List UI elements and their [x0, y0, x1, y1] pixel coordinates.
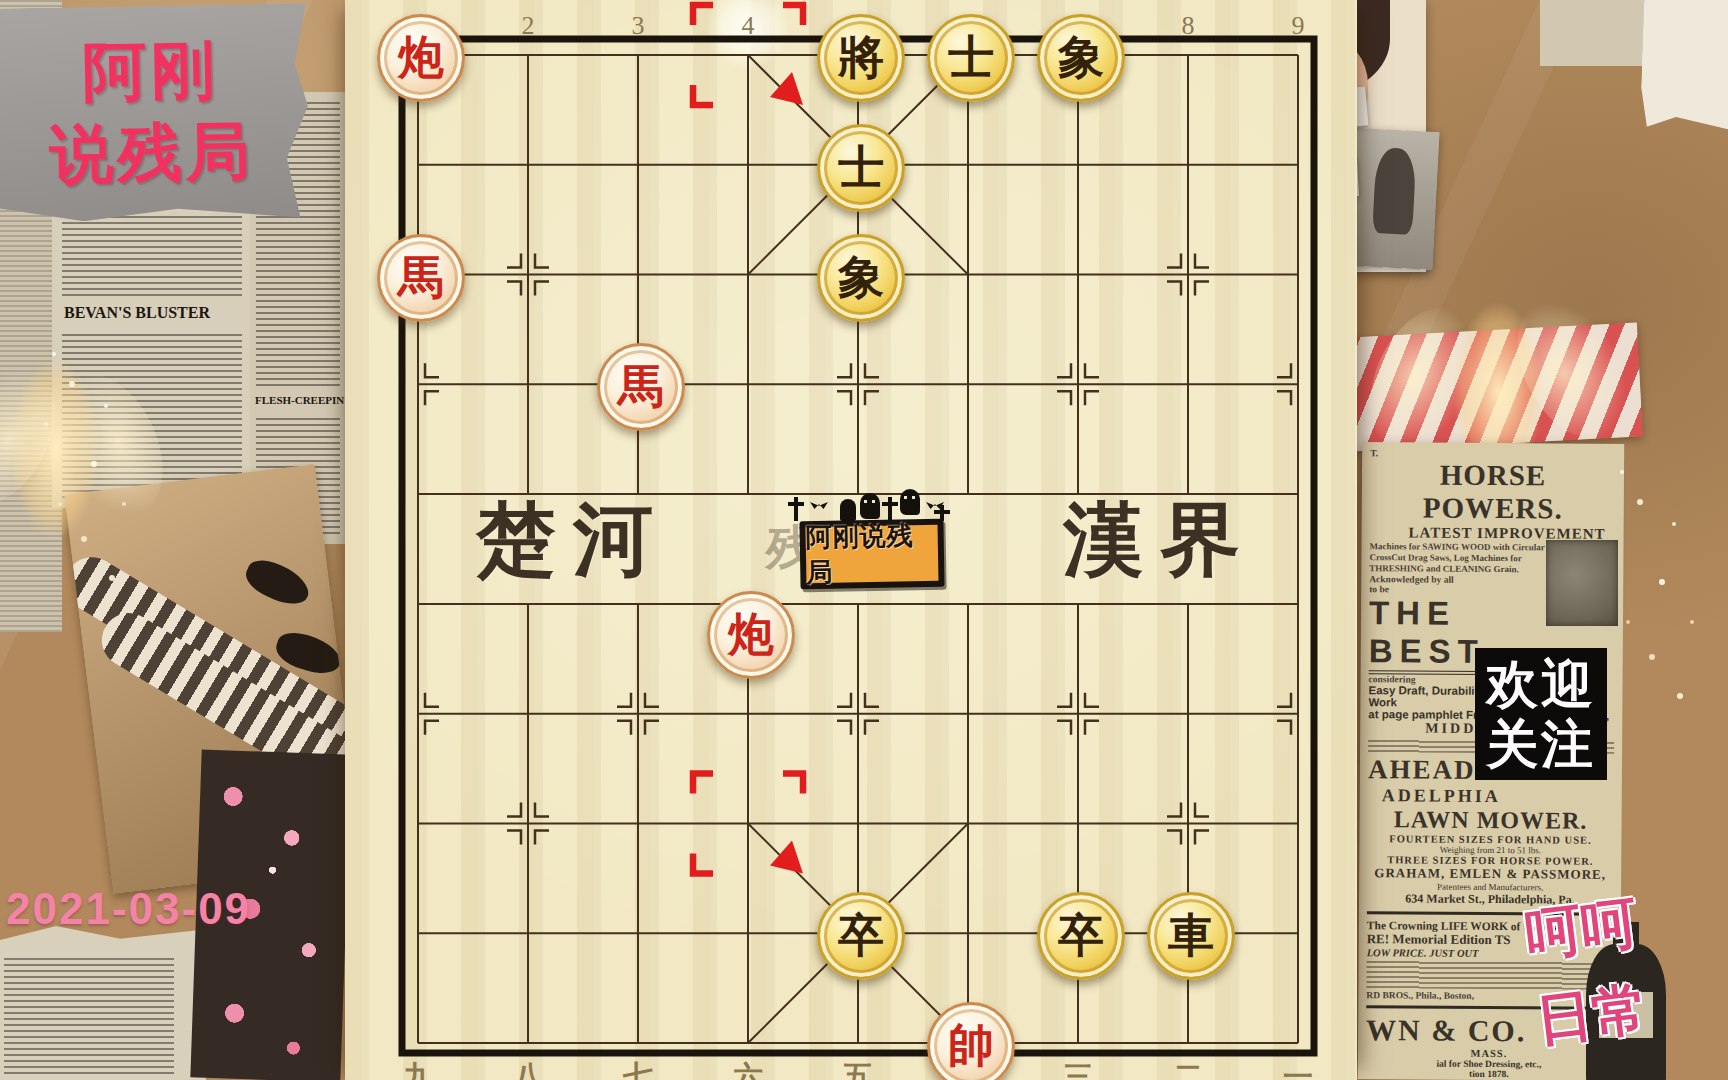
video-frame: 阿刚 说残局 BEVAN'S BLUSTER FLESH-CREEPIN 202…: [0, 0, 1728, 1080]
red-cannon-piece[interactable]: 炮: [377, 14, 465, 102]
black-advisor-piece[interactable]: 士: [927, 14, 1015, 102]
black-general-piece[interactable]: 將: [817, 14, 905, 102]
red-horse-piece[interactable]: 馬: [597, 343, 685, 431]
black-soldier-piece[interactable]: 卒: [817, 892, 905, 980]
black-advisor-piece[interactable]: 士: [817, 124, 905, 212]
red-cannon-piece[interactable]: 炮: [707, 591, 795, 679]
black-soldier-piece[interactable]: 卒: [1037, 892, 1125, 980]
pieces-layer: 炮馬馬炮帥將士象士象卒卒車: [0, 0, 1728, 1080]
black-elephant-piece[interactable]: 象: [817, 234, 905, 322]
black-elephant-piece[interactable]: 象: [1037, 14, 1125, 102]
red-horse-piece[interactable]: 馬: [377, 234, 465, 322]
black-chariot-piece[interactable]: 車: [1147, 892, 1235, 980]
red-general-piece[interactable]: 帥: [927, 1002, 1015, 1080]
